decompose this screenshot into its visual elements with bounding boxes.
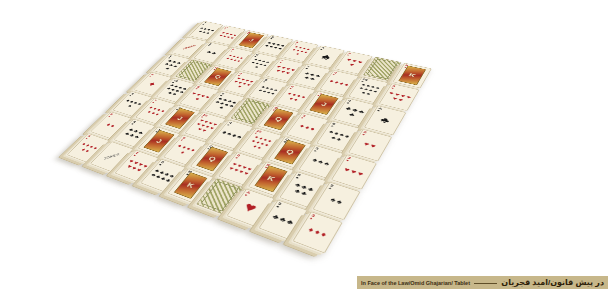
suit-pip: ♣ [179, 90, 185, 94]
suit-pip: ♣ [300, 190, 308, 196]
face-card-rank: J [310, 94, 337, 114]
suit-pip: ♦ [256, 146, 262, 151]
caption-title-persian: در پیش قانون/امید قجریان [501, 278, 604, 287]
suit-pip: ♥ [142, 164, 149, 169]
suit-pip: ♣ [228, 104, 234, 108]
suit-pip: ♣ [285, 218, 294, 226]
suit-pip: ♥ [194, 97, 200, 101]
suit-pip: ♠ [254, 65, 259, 68]
suit-pip: ♣ [165, 178, 172, 183]
suit-pip: ♠ [323, 161, 330, 167]
ace-pip: ♣ [368, 109, 401, 132]
suit-pip: ♣ [379, 116, 392, 125]
suit-pip: ♥ [204, 95, 210, 99]
suit-pip: ♦ [154, 112, 160, 116]
suit-pip: ♠ [127, 104, 133, 108]
pip-field: ♥♥ [353, 133, 387, 158]
suit-pip: ♦ [309, 126, 316, 131]
suit-pip: ♥ [357, 60, 364, 64]
suit-pip: ♥ [246, 83, 252, 87]
suit-pip: ♣ [172, 64, 178, 68]
suit-pip: ♠ [270, 92, 275, 96]
suit-pip: ♣ [210, 51, 217, 55]
suit-pip: ♦ [320, 231, 328, 239]
suit-pip: ♣ [165, 67, 171, 71]
suit-pip: ♦ [303, 51, 308, 54]
pip-field: ♦♦♦ [298, 216, 337, 248]
suit-pip: ♣ [358, 109, 366, 114]
suit-pip: ♦ [179, 150, 185, 155]
suit-pip: ♠ [205, 31, 210, 34]
suit-pip: ♦ [301, 95, 307, 99]
face-card-art: K [398, 66, 426, 86]
pip-field: ♠♠ [318, 186, 355, 216]
suit-pip: ♥ [369, 143, 377, 149]
suit-pip: ♠ [344, 134, 350, 139]
suit-pip: ♠ [262, 64, 267, 67]
suit-pip: ♣ [348, 112, 356, 117]
pip-field: ♥♥♥♥♥♥ [383, 87, 415, 108]
suit-pip: ♦ [264, 143, 270, 147]
suit-pip: ♠ [373, 90, 378, 94]
suit-pip: ♥ [356, 171, 364, 178]
suit-pip: ♣ [309, 77, 316, 81]
suit-pip: ♠ [236, 134, 243, 139]
artwork-photo: 7♠♠♠♠♠♠♠♠8♥♥♥♥♥♥♥♥♥J♥J8♣♣♣♣♣♣♣♣♣9♦♦♦♦♦♦♦… [0, 0, 610, 305]
suit-pip: ♠ [336, 137, 342, 142]
suit-pip: ♠ [137, 102, 143, 106]
suit-pip: ♥ [285, 71, 291, 75]
suit-pip: ♥ [209, 126, 215, 130]
suit-pip: ♥ [397, 98, 403, 103]
suit-pip: ♦ [344, 83, 350, 88]
suit-pip: ♥ [201, 129, 207, 133]
suit-pip: ♠ [366, 92, 371, 96]
suit-pip: ♦ [236, 59, 241, 62]
face-card-rank: K [399, 66, 425, 85]
card-board: 7♠♠♠♠♠♠♠♠8♥♥♥♥♥♥♥♥♥J♥J8♣♣♣♣♣♣♣♣♣9♦♦♦♦♦♦♦… [64, 20, 433, 255]
suit-pip: ♠ [336, 199, 344, 206]
suit-pip: ♦ [295, 53, 300, 56]
suit-pip: ♥ [237, 85, 243, 89]
suit-pip: ♣ [218, 106, 224, 110]
suit-pip: ♦ [190, 148, 196, 153]
suit-pip: ♥ [230, 37, 235, 40]
suit-pip: ♥ [406, 95, 412, 100]
suit-pip: ♥ [241, 200, 260, 216]
pip-field: ♥♥♥ [336, 159, 372, 186]
suit-pip: ♥ [349, 63, 356, 67]
suit-pip: ♣ [133, 134, 140, 139]
suit-pip: ♠ [319, 52, 332, 61]
suit-pip: ♣ [278, 47, 283, 50]
suit-pip: ♦ [293, 98, 299, 102]
suit-pip: ♥ [243, 171, 249, 176]
caption-rule-line [474, 282, 497, 284]
suit-pip: ♣ [171, 92, 177, 96]
caption-bar: In Face of the Law/Omid Ghajarian/ Table… [357, 276, 608, 289]
caption-title-english: In Face of the Law/Omid Ghajarian/ Table… [361, 280, 470, 286]
suit-pip: ♦ [147, 81, 157, 88]
